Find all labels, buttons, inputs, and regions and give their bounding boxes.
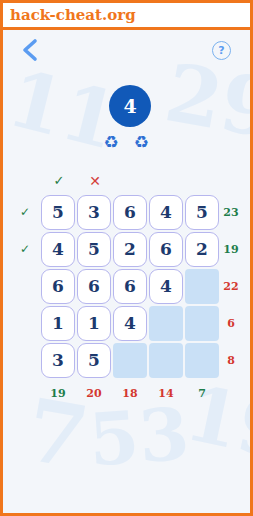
row-target: 19 xyxy=(220,232,242,267)
row-check-empty xyxy=(15,269,35,304)
watermark-number: 53 xyxy=(87,398,192,477)
number-cell[interactable]: 6 xyxy=(77,269,111,304)
back-button[interactable] xyxy=(19,37,43,63)
column-target: 14 xyxy=(149,385,183,401)
number-cell[interactable]: 4 xyxy=(113,306,147,341)
number-cell[interactable]: 4 xyxy=(41,232,75,267)
number-cell[interactable]: 1 xyxy=(41,306,75,341)
number-cell[interactable]: 4 xyxy=(149,269,183,304)
number-cell[interactable]: 5 xyxy=(77,343,111,378)
number-cell[interactable]: 4 xyxy=(149,195,183,230)
removed-cell xyxy=(185,306,219,341)
column-target: 7 xyxy=(185,385,219,401)
row-target-sums: 23192268 xyxy=(220,195,242,378)
column-target: 18 xyxy=(113,385,147,401)
game-screen: 112975319 ? 4 ♻ ♻ ✓ ✕ ✓✓ 536454526266641… xyxy=(3,33,250,513)
number-cell[interactable]: 6 xyxy=(113,195,147,230)
cross-icon: ✕ xyxy=(82,173,108,189)
removed-cell xyxy=(113,343,147,378)
row-check-empty xyxy=(15,343,35,378)
number-grid: 5364545262666411435 xyxy=(41,195,219,378)
recycle-icon[interactable]: ♻ xyxy=(104,134,119,151)
number-cell[interactable]: 6 xyxy=(41,269,75,304)
check-icon: ✓ xyxy=(46,173,72,188)
row-solved-checkmarks: ✓✓ xyxy=(15,195,35,378)
number-cell[interactable]: 1 xyxy=(77,306,111,341)
screenshot-frame: hack-cheat.org 112975319 ? 4 ♻ ♻ ✓ ✕ ✓✓ … xyxy=(0,0,253,516)
row-target: 22 xyxy=(220,269,242,304)
row-target: 23 xyxy=(220,195,242,230)
level-badge: 4 xyxy=(109,85,151,127)
level-number: 4 xyxy=(123,95,136,117)
number-cell[interactable]: 5 xyxy=(41,195,75,230)
column-target: 19 xyxy=(41,385,75,401)
number-cell[interactable]: 5 xyxy=(185,195,219,230)
row-target: 6 xyxy=(220,306,242,341)
removed-cell xyxy=(149,343,183,378)
site-banner-text: hack-cheat.org xyxy=(10,6,136,24)
row-check-empty xyxy=(15,306,35,341)
number-cell[interactable]: 5 xyxy=(77,232,111,267)
number-cell[interactable]: 6 xyxy=(149,232,183,267)
number-cell[interactable]: 2 xyxy=(185,232,219,267)
row-check-icon: ✓ xyxy=(15,232,35,267)
row-target: 8 xyxy=(220,343,242,378)
row-check-icon: ✓ xyxy=(15,195,35,230)
number-cell[interactable]: 6 xyxy=(113,269,147,304)
number-cell[interactable]: 2 xyxy=(113,232,147,267)
removed-cell xyxy=(185,269,219,304)
column-target-sums: 192018147 xyxy=(41,385,219,401)
site-banner: hack-cheat.org xyxy=(3,3,250,30)
removed-cell xyxy=(185,343,219,378)
recycle-icon[interactable]: ♻ xyxy=(134,134,149,151)
number-cell[interactable]: 3 xyxy=(77,195,111,230)
removed-cell xyxy=(149,306,183,341)
help-button[interactable]: ? xyxy=(212,41,231,60)
chevron-left-icon xyxy=(19,37,43,63)
number-cell[interactable]: 3 xyxy=(41,343,75,378)
column-target: 20 xyxy=(77,385,111,401)
question-mark-icon: ? xyxy=(218,44,224,57)
shuffle-buttons: ♻ ♻ xyxy=(3,134,250,151)
